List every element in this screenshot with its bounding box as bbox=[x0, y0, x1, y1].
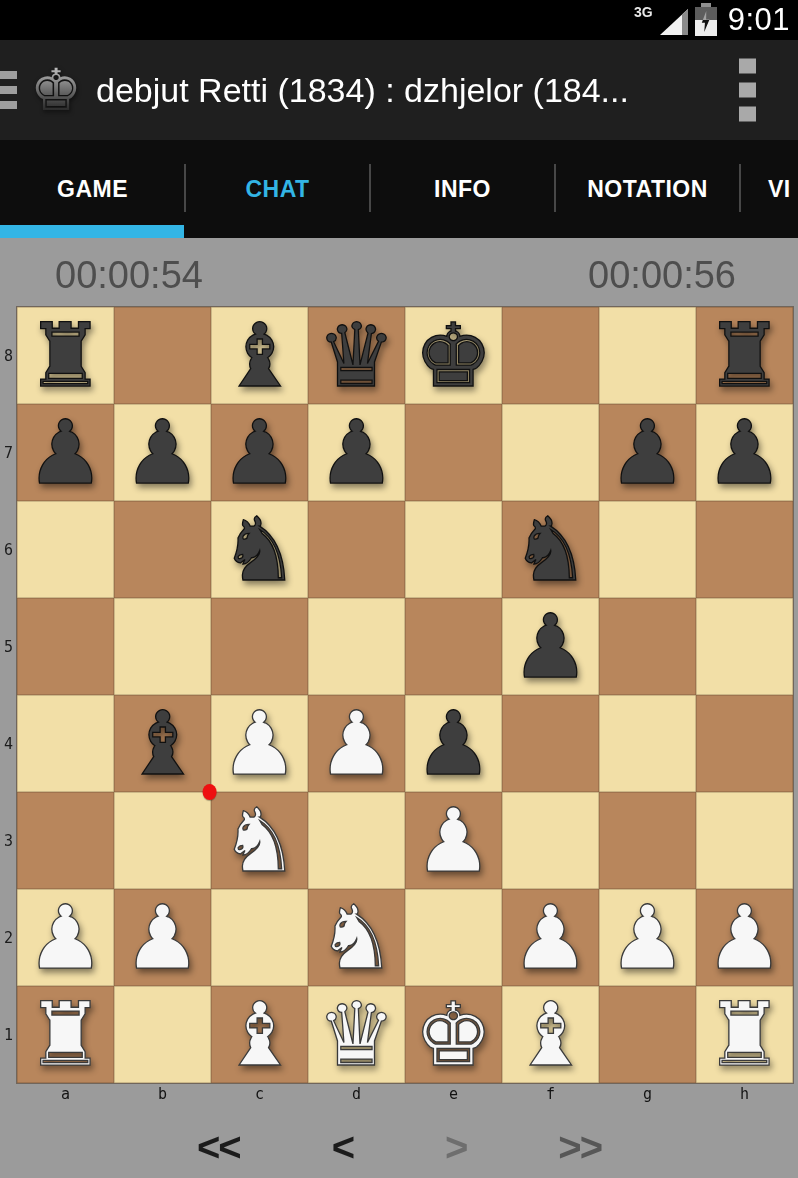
rank-label-8: 8 bbox=[0, 307, 17, 404]
move-navigation: << < > >> bbox=[0, 1105, 798, 1178]
square-h2[interactable]: ♟ bbox=[696, 889, 793, 986]
tab-game[interactable]: GAME bbox=[0, 140, 185, 238]
square-b6[interactable] bbox=[114, 501, 211, 598]
black-pawn: ♟ bbox=[317, 404, 396, 501]
square-b7[interactable]: ♟ bbox=[114, 404, 211, 501]
square-c5[interactable] bbox=[211, 598, 308, 695]
white-rook: ♜ bbox=[705, 986, 784, 1083]
prev-move-button[interactable]: < bbox=[332, 1127, 353, 1167]
square-c4[interactable]: ♟ bbox=[211, 695, 308, 792]
board-panel: 87654321 ♜♝♛♚♜♟♟♟♟♟♟♞♞♟♝♟♟♟♞♟♟♟♞♟♟♟♜♝♛♚♝… bbox=[17, 307, 793, 1105]
app-king-icon: ♚ bbox=[30, 61, 82, 119]
square-e2[interactable] bbox=[405, 889, 502, 986]
square-f7[interactable] bbox=[502, 404, 599, 501]
square-a4[interactable] bbox=[17, 695, 114, 792]
tab-notation[interactable]: NOTATION bbox=[555, 140, 740, 238]
square-f6[interactable]: ♞ bbox=[502, 501, 599, 598]
action-bar: ♚ debjut Retti (1834) : dzhjelor (184... bbox=[0, 40, 798, 140]
square-d7[interactable]: ♟ bbox=[308, 404, 405, 501]
black-knight: ♞ bbox=[511, 501, 590, 598]
battery-charging-icon bbox=[695, 3, 717, 37]
white-pawn: ♟ bbox=[220, 695, 299, 792]
last-move-button[interactable]: >> bbox=[558, 1127, 601, 1167]
square-b5[interactable] bbox=[114, 598, 211, 695]
square-b1[interactable] bbox=[114, 986, 211, 1083]
square-c8[interactable]: ♝ bbox=[211, 307, 308, 404]
square-h3[interactable] bbox=[696, 792, 793, 889]
square-g6[interactable] bbox=[599, 501, 696, 598]
square-h7[interactable]: ♟ bbox=[696, 404, 793, 501]
tab-separator bbox=[554, 164, 556, 212]
square-b8[interactable] bbox=[114, 307, 211, 404]
square-a3[interactable] bbox=[17, 792, 114, 889]
status-bar: 3G 9:01 bbox=[0, 0, 798, 40]
white-rook: ♜ bbox=[26, 986, 105, 1083]
white-pawn: ♟ bbox=[705, 889, 784, 986]
first-move-button[interactable]: << bbox=[197, 1127, 240, 1167]
square-f1[interactable]: ♝ bbox=[502, 986, 599, 1083]
square-d5[interactable] bbox=[308, 598, 405, 695]
tab-separator bbox=[184, 164, 186, 212]
square-g8[interactable] bbox=[599, 307, 696, 404]
white-pawn: ♟ bbox=[608, 889, 687, 986]
white-pawn: ♟ bbox=[511, 889, 590, 986]
square-b4[interactable]: ♝ bbox=[114, 695, 211, 792]
square-c2[interactable] bbox=[211, 889, 308, 986]
selected-tab-indicator bbox=[0, 225, 184, 238]
square-h1[interactable]: ♜ bbox=[696, 986, 793, 1083]
page-title: debjut Retti (1834) : dzhjelor (184... bbox=[96, 71, 629, 110]
file-label-c: c bbox=[211, 1083, 308, 1105]
file-label-a: a bbox=[17, 1083, 114, 1105]
square-f4[interactable] bbox=[502, 695, 599, 792]
white-bishop: ♝ bbox=[220, 986, 299, 1083]
tab-separator bbox=[739, 164, 741, 212]
black-pawn: ♟ bbox=[123, 404, 202, 501]
square-e3[interactable]: ♟ bbox=[405, 792, 502, 889]
black-pawn: ♟ bbox=[26, 404, 105, 501]
game-content: 00:00:54 00:00:56 87654321 ♜♝♛♚♜♟♟♟♟♟♟♞♞… bbox=[0, 238, 798, 1178]
square-e4[interactable]: ♟ bbox=[405, 695, 502, 792]
square-e7[interactable] bbox=[405, 404, 502, 501]
square-d1[interactable]: ♛ bbox=[308, 986, 405, 1083]
file-labels: abcdefgh bbox=[17, 1083, 793, 1105]
status-time: 9:01 bbox=[728, 2, 790, 38]
rank-label-1: 1 bbox=[0, 986, 17, 1083]
file-label-b: b bbox=[114, 1083, 211, 1105]
file-label-h: h bbox=[696, 1083, 793, 1105]
square-h8[interactable]: ♜ bbox=[696, 307, 793, 404]
tab-separator bbox=[369, 164, 371, 212]
black-rook: ♜ bbox=[705, 307, 784, 404]
white-pawn: ♟ bbox=[26, 889, 105, 986]
white-pawn: ♟ bbox=[414, 792, 493, 889]
app-screen: 3G 9:01 ♚ debjut Retti (1834) : dzhjelor… bbox=[0, 0, 798, 1178]
rank-label-7: 7 bbox=[0, 404, 17, 501]
square-g3[interactable] bbox=[599, 792, 696, 889]
file-label-d: d bbox=[308, 1083, 405, 1105]
square-b2[interactable]: ♟ bbox=[114, 889, 211, 986]
signal-strength-icon bbox=[660, 9, 688, 35]
square-g7[interactable]: ♟ bbox=[599, 404, 696, 501]
black-queen: ♛ bbox=[317, 307, 396, 404]
black-knight: ♞ bbox=[220, 501, 299, 598]
rank-label-6: 6 bbox=[0, 501, 17, 598]
black-bishop: ♝ bbox=[220, 307, 299, 404]
square-f5[interactable]: ♟ bbox=[502, 598, 599, 695]
tab-view[interactable]: VI bbox=[740, 140, 798, 238]
white-bishop: ♝ bbox=[511, 986, 590, 1083]
lightning-bolt-icon bbox=[700, 11, 712, 32]
black-pawn: ♟ bbox=[414, 695, 493, 792]
square-h6[interactable] bbox=[696, 501, 793, 598]
square-c6[interactable]: ♞ bbox=[211, 501, 308, 598]
square-b3[interactable] bbox=[114, 792, 211, 889]
square-a5[interactable] bbox=[17, 598, 114, 695]
square-e5[interactable] bbox=[405, 598, 502, 695]
white-knight: ♞ bbox=[220, 792, 299, 889]
white-pawn: ♟ bbox=[123, 889, 202, 986]
black-pawn: ♟ bbox=[705, 404, 784, 501]
player-clock-left: 00:00:54 bbox=[55, 254, 203, 297]
black-pawn: ♟ bbox=[220, 404, 299, 501]
square-c3[interactable]: ♞ bbox=[211, 792, 308, 889]
square-f8[interactable] bbox=[502, 307, 599, 404]
square-c7[interactable]: ♟ bbox=[211, 404, 308, 501]
chess-board: ♜♝♛♚♜♟♟♟♟♟♟♞♞♟♝♟♟♟♞♟♟♟♞♟♟♟♜♝♛♚♝♜ bbox=[17, 307, 793, 1083]
file-label-e: e bbox=[405, 1083, 502, 1105]
square-g5[interactable] bbox=[599, 598, 696, 695]
square-a1[interactable]: ♜ bbox=[17, 986, 114, 1083]
rank-label-2: 2 bbox=[0, 889, 17, 986]
square-e6[interactable] bbox=[405, 501, 502, 598]
square-h5[interactable] bbox=[696, 598, 793, 695]
black-bishop: ♝ bbox=[123, 695, 202, 792]
file-label-f: f bbox=[502, 1083, 599, 1105]
network-type-label: 3G bbox=[634, 4, 653, 20]
white-king: ♚ bbox=[414, 986, 493, 1083]
square-g1[interactable] bbox=[599, 986, 696, 1083]
square-d8[interactable]: ♛ bbox=[308, 307, 405, 404]
square-a8[interactable]: ♜ bbox=[17, 307, 114, 404]
square-e1[interactable]: ♚ bbox=[405, 986, 502, 1083]
white-knight: ♞ bbox=[317, 889, 396, 986]
square-a7[interactable]: ♟ bbox=[17, 404, 114, 501]
tab-chat[interactable]: CHAT bbox=[185, 140, 370, 238]
square-a2[interactable]: ♟ bbox=[17, 889, 114, 986]
black-rook: ♜ bbox=[26, 307, 105, 404]
white-queen: ♛ bbox=[317, 986, 396, 1083]
file-label-g: g bbox=[599, 1083, 696, 1105]
overflow-menu-icon[interactable] bbox=[739, 59, 756, 122]
rank-labels: 87654321 bbox=[0, 307, 17, 1083]
white-pawn: ♟ bbox=[317, 695, 396, 792]
drawer-menu-icon[interactable] bbox=[0, 71, 17, 109]
square-g2[interactable]: ♟ bbox=[599, 889, 696, 986]
square-c1[interactable]: ♝ bbox=[211, 986, 308, 1083]
tab-bar: GAME CHAT INFO NOTATION VI bbox=[0, 140, 798, 238]
move-marker-dot bbox=[203, 784, 217, 800]
black-pawn: ♟ bbox=[511, 598, 590, 695]
square-h4[interactable] bbox=[696, 695, 793, 792]
rank-label-3: 3 bbox=[0, 792, 17, 889]
square-d3[interactable] bbox=[308, 792, 405, 889]
player-clock-right: 00:00:56 bbox=[588, 254, 736, 297]
square-g4[interactable] bbox=[599, 695, 696, 792]
square-d6[interactable] bbox=[308, 501, 405, 598]
square-d4[interactable]: ♟ bbox=[308, 695, 405, 792]
black-pawn: ♟ bbox=[608, 404, 687, 501]
clocks-row: 00:00:54 00:00:56 bbox=[0, 238, 798, 307]
square-f2[interactable]: ♟ bbox=[502, 889, 599, 986]
rank-label-4: 4 bbox=[0, 695, 17, 792]
square-a6[interactable] bbox=[17, 501, 114, 598]
next-move-button[interactable]: > bbox=[445, 1127, 466, 1167]
tab-info[interactable]: INFO bbox=[370, 140, 555, 238]
square-e8[interactable]: ♚ bbox=[405, 307, 502, 404]
square-f3[interactable] bbox=[502, 792, 599, 889]
black-king: ♚ bbox=[414, 307, 493, 404]
rank-label-5: 5 bbox=[0, 598, 17, 695]
square-d2[interactable]: ♞ bbox=[308, 889, 405, 986]
